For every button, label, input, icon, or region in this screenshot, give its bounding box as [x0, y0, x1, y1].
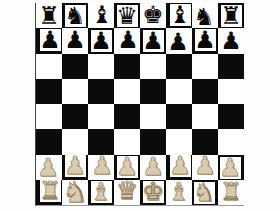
square-e3[interactable]	[140, 129, 166, 154]
white-pawn-piece[interactable]: ♟	[92, 155, 113, 177]
square-d7[interactable]: ♟	[114, 28, 140, 53]
square-f7[interactable]: ♟	[166, 28, 192, 53]
white-pawn-piece[interactable]: ♟	[117, 156, 138, 178]
square-c6[interactable]	[88, 54, 114, 79]
white-queen-piece[interactable]: ♛	[117, 180, 138, 202]
white-pawn-piece[interactable]: ♟	[195, 155, 216, 177]
square-g5[interactable]	[192, 79, 218, 104]
square-a1[interactable]: ♜	[36, 180, 62, 205]
square-f8[interactable]: ♝	[166, 3, 192, 28]
white-bishop-piece[interactable]: ♝	[169, 181, 190, 203]
square-c8[interactable]: ♝	[88, 3, 114, 28]
square-b7[interactable]: ♟	[62, 28, 88, 53]
square-f6[interactable]	[166, 54, 192, 79]
black-king-piece[interactable]: ♚	[143, 4, 164, 26]
square-f4[interactable]	[166, 104, 192, 129]
square-b8[interactable]: ♞	[62, 3, 88, 28]
square-g1[interactable]: ♞	[192, 180, 218, 205]
black-bishop-piece[interactable]: ♝	[92, 4, 113, 26]
black-pawn-piece[interactable]: ♟	[118, 29, 139, 51]
square-h8[interactable]: ♜	[218, 3, 244, 28]
square-g8[interactable]: ♞	[192, 3, 218, 28]
square-b6[interactable]	[62, 54, 88, 79]
square-g6[interactable]	[192, 54, 218, 79]
white-rook-piece[interactable]: ♜	[40, 180, 61, 202]
square-e1[interactable]: ♚	[140, 180, 166, 205]
black-queen-piece[interactable]: ♛	[117, 5, 138, 27]
black-pawn-piece[interactable]: ♟	[91, 30, 112, 52]
square-e2[interactable]: ♟	[140, 155, 166, 180]
square-a6[interactable]	[36, 54, 62, 79]
square-d3[interactable]	[114, 129, 140, 154]
white-pawn-piece[interactable]: ♟	[143, 156, 164, 178]
black-pawn-piece[interactable]: ♟	[40, 29, 61, 51]
square-b4[interactable]	[62, 104, 88, 129]
square-h1[interactable]: ♜	[218, 180, 244, 205]
square-h3[interactable]	[218, 129, 244, 154]
white-king-piece[interactable]: ♚	[143, 181, 164, 203]
square-a7[interactable]: ♟	[36, 28, 62, 53]
white-knight-piece[interactable]: ♞	[65, 181, 86, 203]
black-knight-piece[interactable]: ♞	[194, 6, 215, 28]
square-a8[interactable]: ♜	[36, 3, 62, 28]
white-bishop-piece[interactable]: ♝	[91, 181, 112, 203]
square-f1[interactable]: ♝	[166, 180, 192, 205]
square-h7[interactable]: ♟	[218, 28, 244, 53]
black-pawn-piece[interactable]: ♟	[65, 29, 86, 51]
square-c2[interactable]: ♟	[88, 155, 114, 180]
white-pawn-piece[interactable]: ♟	[170, 155, 191, 177]
square-e5[interactable]	[140, 79, 166, 104]
square-d5[interactable]	[114, 79, 140, 104]
black-bishop-piece[interactable]: ♝	[170, 4, 191, 26]
square-h2[interactable]: ♟	[218, 155, 244, 180]
square-b5[interactable]	[62, 79, 88, 104]
black-rook-piece[interactable]: ♜	[221, 5, 242, 27]
square-h6[interactable]	[218, 54, 244, 79]
white-pawn-piece[interactable]: ♟	[220, 157, 241, 179]
square-d4[interactable]	[114, 104, 140, 129]
square-c7[interactable]: ♟	[88, 28, 114, 53]
square-b1[interactable]: ♞	[62, 180, 88, 205]
square-e7[interactable]: ♟	[140, 28, 166, 53]
black-pawn-piece[interactable]: ♟	[168, 31, 189, 53]
square-a3[interactable]	[36, 129, 62, 154]
square-a4[interactable]	[36, 104, 62, 129]
square-h5[interactable]	[218, 79, 244, 104]
square-c4[interactable]	[88, 104, 114, 129]
square-d6[interactable]	[114, 54, 140, 79]
square-g2[interactable]: ♟	[192, 155, 218, 180]
square-a5[interactable]	[36, 79, 62, 104]
square-e6[interactable]	[140, 54, 166, 79]
white-knight-piece[interactable]: ♞	[194, 182, 215, 204]
square-g4[interactable]	[192, 104, 218, 129]
square-c5[interactable]	[88, 79, 114, 104]
square-e8[interactable]: ♚	[140, 3, 166, 28]
square-h4[interactable]	[218, 104, 244, 129]
black-pawn-piece[interactable]: ♟	[195, 29, 216, 51]
square-d8[interactable]: ♛	[114, 3, 140, 28]
chess-board: ♜♞♝♛♚♝♞♜♟♟♟♟♟♟♟♟♟♟♟♟♟♟♟♟♜♞♝♛♚♝♞♜	[35, 3, 244, 206]
chess-diagram: ♜♞♝♛♚♝♞♜♟♟♟♟♟♟♟♟♟♟♟♟♟♟♟♟♜♞♝♛♚♝♞♜	[0, 0, 280, 210]
black-knight-piece[interactable]: ♞	[65, 5, 86, 27]
black-pawn-piece[interactable]: ♟	[221, 30, 242, 52]
black-pawn-piece[interactable]: ♟	[143, 30, 164, 52]
white-pawn-piece[interactable]: ♟	[65, 155, 86, 177]
square-g7[interactable]: ♟	[192, 28, 218, 53]
square-c1[interactable]: ♝	[88, 180, 114, 205]
white-rook-piece[interactable]: ♜	[221, 181, 242, 203]
square-e4[interactable]	[140, 104, 166, 129]
square-f2[interactable]: ♟	[166, 155, 192, 180]
square-f5[interactable]	[166, 79, 192, 104]
square-d1[interactable]: ♛	[114, 180, 140, 205]
black-rook-piece[interactable]: ♜	[39, 5, 60, 27]
